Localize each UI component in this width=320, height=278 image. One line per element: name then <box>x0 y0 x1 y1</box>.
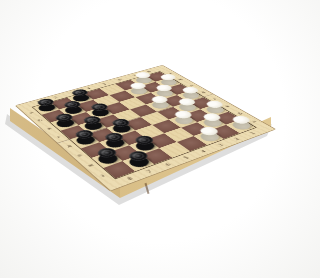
rank-label: б <box>35 118 45 123</box>
rank-label: а <box>26 111 36 115</box>
rank-label: з <box>97 173 109 179</box>
rank-label: в <box>44 126 54 131</box>
rank-label: ж <box>85 162 96 168</box>
rank-label: е <box>74 153 85 158</box>
checkers-board: 1122334455667788ааббввггддеежжзз <box>15 65 276 192</box>
product-photo-scene: 1122334455667788ааббввггддеежжзз <box>0 0 278 278</box>
rank-label: г <box>54 135 65 140</box>
rank-label: д <box>64 143 75 148</box>
